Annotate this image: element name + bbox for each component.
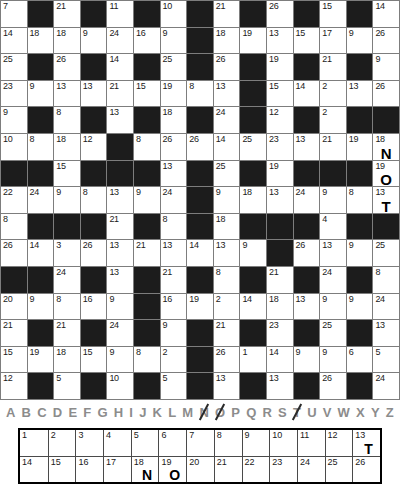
grid-cell[interactable]: 21 <box>214 320 240 346</box>
grid-cell-black <box>187 267 213 293</box>
grid-cell[interactable]: 19 <box>28 347 54 373</box>
grid-cell[interactable]: 26 <box>373 81 399 107</box>
grid-cell[interactable]: 18 <box>161 107 187 133</box>
cell-number: 13 <box>109 107 118 117</box>
grid-cell[interactable]: 18 <box>54 347 80 373</box>
grid-cell-black <box>240 373 266 399</box>
alphabet-letter[interactable]: B <box>22 405 31 420</box>
grid-cell[interactable]: 18 <box>240 187 266 213</box>
tracker-cell[interactable]: 2 <box>48 430 76 456</box>
cell-number: 24 <box>30 187 39 197</box>
grid-cell[interactable]: 11 <box>107 1 133 27</box>
cell-number: 10 <box>109 373 118 383</box>
grid-cell[interactable]: 21 <box>320 54 346 80</box>
cell-number: 12 <box>3 373 12 383</box>
tracker-cell-number: 25 <box>328 457 338 467</box>
tracker-cell[interactable]: 9 <box>242 430 270 456</box>
grid-cell[interactable]: 24 <box>214 107 240 133</box>
tracker-cell[interactable]: 24 <box>297 456 325 482</box>
grid-cell[interactable]: 21 <box>1 320 27 346</box>
grid-cell-black <box>240 1 266 27</box>
grid-cell[interactable]: 9 <box>28 294 54 320</box>
grid-cell-black <box>240 54 266 80</box>
grid-cell[interactable]: 4 <box>320 214 346 240</box>
tracker-cell[interactable]: 18N <box>131 456 159 482</box>
cell-number: 19 <box>269 161 278 171</box>
grid-cell[interactable]: 1 <box>240 347 266 373</box>
tracker-cell-number: 24 <box>300 457 310 467</box>
grid-cell[interactable]: 12 <box>1 373 27 399</box>
tracker-cell[interactable]: 25 <box>325 456 353 482</box>
cell-letter: N <box>373 146 399 161</box>
cell-number: 9 <box>216 187 221 197</box>
grid-cell-black <box>240 267 266 293</box>
grid-cell[interactable]: 9 <box>81 28 107 54</box>
cell-number: 23 <box>269 320 278 330</box>
tracker-cell[interactable]: 16 <box>75 456 103 482</box>
cell-letter: T <box>373 199 399 214</box>
cell-number: 9 <box>163 320 168 330</box>
grid-cell[interactable]: 13 <box>107 240 133 266</box>
grid-cell[interactable]: 2 <box>320 107 346 133</box>
grid-cell[interactable]: 18 <box>28 28 54 54</box>
alphabet-letter[interactable]: K <box>153 405 162 420</box>
grid-cell[interactable]: 24 <box>54 267 80 293</box>
grid-cell[interactable]: 8 <box>347 187 373 213</box>
grid-cell[interactable]: 15 <box>1 347 27 373</box>
cell-number: 12 <box>83 134 92 144</box>
grid-cell[interactable]: 24 <box>320 267 346 293</box>
grid-cell[interactable]: 2 <box>161 347 187 373</box>
grid-cell[interactable]: 21 <box>107 214 133 240</box>
cell-number: 13 <box>269 28 278 38</box>
grid-cell[interactable]: 15 <box>134 81 160 107</box>
grid-cell[interactable]: 21 <box>54 320 80 346</box>
grid-cell[interactable]: 23 <box>267 134 293 160</box>
grid-cell[interactable]: 24 <box>294 187 320 213</box>
cell-number: 10 <box>163 1 172 11</box>
grid-cell[interactable]: 9 <box>240 240 266 266</box>
grid-cell[interactable]: 26 <box>214 347 240 373</box>
alphabet-letter[interactable]: A <box>6 405 15 420</box>
grid-cell[interactable]: 8 <box>214 267 240 293</box>
grid-cell[interactable]: 20 <box>1 294 27 320</box>
grid-cell-black <box>347 54 373 80</box>
cell-number: 23 <box>269 134 278 144</box>
grid-cell[interactable]: 19O <box>373 161 399 187</box>
cell-number: 21 <box>3 320 12 330</box>
grid-cell[interactable]: 13 <box>107 107 133 133</box>
alphabet-letter[interactable]: O <box>215 405 225 420</box>
cell-number: 8 <box>56 107 61 117</box>
grid-cell-black <box>28 214 54 240</box>
grid-cell[interactable]: 19 <box>267 54 293 80</box>
grid-cell[interactable]: 8 <box>1 214 27 240</box>
grid-cell[interactable]: 26 <box>81 240 107 266</box>
tracker-cell[interactable]: 20 <box>186 456 214 482</box>
cell-number: 15 <box>3 347 12 357</box>
tracker-cell[interactable]: 22 <box>242 456 270 482</box>
cell-number: 15 <box>56 161 65 171</box>
grid-cell[interactable]: 21 <box>214 1 240 27</box>
grid-cell[interactable]: 8 <box>187 81 213 107</box>
cell-number: 8 <box>375 267 380 277</box>
grid-cell[interactable]: 9 <box>107 294 133 320</box>
grid-cell[interactable]: 14 <box>294 81 320 107</box>
grid-cell-black <box>294 161 320 187</box>
cell-number: 25 <box>375 240 384 250</box>
grid-cell[interactable]: 9 <box>161 320 187 346</box>
grid-cell[interactable]: 21 <box>320 134 346 160</box>
grid-cell[interactable]: 15 <box>320 1 346 27</box>
grid-cell-black <box>134 1 160 27</box>
cell-number: 8 <box>349 187 354 197</box>
cell-number: 8 <box>163 214 168 224</box>
cell-number: 14 <box>375 1 384 11</box>
cell-number: 5 <box>375 347 380 357</box>
grid-cell[interactable]: 8 <box>54 294 80 320</box>
cell-number: 25 <box>242 134 251 144</box>
cell-number: 8 <box>56 294 61 304</box>
grid-cell[interactable]: 21 <box>161 267 187 293</box>
grid-cell[interactable]: 26 <box>267 1 293 27</box>
grid-cell[interactable]: 25 <box>240 134 266 160</box>
grid-cell[interactable]: 13 <box>347 81 373 107</box>
cell-number: 11 <box>109 1 118 11</box>
grid-cell-black <box>81 161 107 187</box>
cell-number: 15 <box>136 81 145 91</box>
alphabet-letter[interactable]: V <box>323 405 332 420</box>
grid-cell[interactable]: 21 <box>54 1 80 27</box>
grid-cell[interactable]: 15 <box>267 81 293 107</box>
alphabet-letter[interactable]: X <box>356 405 365 420</box>
grid-cell[interactable]: 14 <box>240 294 266 320</box>
alphabet-letter[interactable]: G <box>97 405 107 420</box>
cell-number: 21 <box>216 320 225 330</box>
grid-cell[interactable]: 8 <box>373 267 399 293</box>
grid-cell[interactable]: 9 <box>161 28 187 54</box>
grid-cell[interactable]: 9 <box>28 81 54 107</box>
grid-cell[interactable]: 5 <box>54 373 80 399</box>
grid-cell[interactable]: 13 <box>107 267 133 293</box>
grid-cell[interactable]: 18 <box>267 294 293 320</box>
tracker-cell-number: 17 <box>106 457 116 467</box>
grid-cell[interactable]: 13 <box>267 28 293 54</box>
alphabet-letter[interactable]: F <box>83 405 91 420</box>
grid-cell[interactable]: 9 <box>347 28 373 54</box>
cell-number: 8 <box>136 134 141 144</box>
grid-cell[interactable]: 14 <box>107 54 133 80</box>
cell-number: 13 <box>163 161 172 171</box>
grid-cell[interactable]: 26 <box>320 373 346 399</box>
grid-cell[interactable]: 15 <box>54 161 80 187</box>
grid-cell[interactable]: 25 <box>320 320 346 346</box>
cell-number: 25 <box>3 54 12 64</box>
grid-cell[interactable]: 18 <box>214 28 240 54</box>
grid-cell[interactable]: 9 <box>294 347 320 373</box>
grid-cell[interactable]: 9 <box>320 294 346 320</box>
grid-cell-black <box>347 214 373 240</box>
grid-cell[interactable]: 15 <box>294 28 320 54</box>
grid-cell[interactable]: 13 <box>294 134 320 160</box>
cell-number: 13 <box>109 240 118 250</box>
grid-cell[interactable]: 26 <box>187 134 213 160</box>
grid-cell-black <box>294 267 320 293</box>
tracker-cell[interactable]: 17 <box>103 456 131 482</box>
grid-cell[interactable]: 13 <box>214 81 240 107</box>
cell-number: 24 <box>56 267 65 277</box>
cell-number: 8 <box>30 134 35 144</box>
grid-cell[interactable]: 12 <box>81 134 107 160</box>
grid-cell[interactable]: 14 <box>28 240 54 266</box>
tracker-cell[interactable]: 3 <box>75 430 103 456</box>
cell-number: 9 <box>349 28 354 38</box>
grid-cell[interactable]: 5 <box>373 347 399 373</box>
grid-cell-black <box>1 267 27 293</box>
cell-number: 9 <box>322 187 327 197</box>
grid-cell[interactable]: 18 <box>214 214 240 240</box>
tracker-cell[interactable]: 11 <box>297 430 325 456</box>
grid-cell[interactable]: 19 <box>161 81 187 107</box>
alphabet-letter[interactable]: I <box>129 405 133 420</box>
tracker-cell[interactable]: 26 <box>352 456 380 482</box>
tracker-cell-letter: T <box>353 442 384 456</box>
grid-cell[interactable]: 13T <box>373 187 399 213</box>
tracker-cell[interactable]: 19O <box>158 456 186 482</box>
grid-cell[interactable]: 14 <box>1 28 27 54</box>
grid-cell[interactable]: 24 <box>373 294 399 320</box>
cell-number: 13 <box>349 81 358 91</box>
grid-cell[interactable]: 25 <box>214 161 240 187</box>
tracker-cell[interactable]: 5 <box>131 430 159 456</box>
tracker-cell[interactable]: 7 <box>186 430 214 456</box>
cell-number: 2 <box>216 294 221 304</box>
grid-cell[interactable]: 8 <box>134 347 160 373</box>
cell-number: 13 <box>296 294 305 304</box>
grid-cell[interactable]: 13 <box>81 81 107 107</box>
alphabet-letter[interactable]: Y <box>371 405 380 420</box>
grid-cell[interactable]: 14 <box>187 240 213 266</box>
grid-cell[interactable]: 17 <box>320 28 346 54</box>
grid-cell[interactable]: 24 <box>161 187 187 213</box>
grid-cell[interactable]: 19 <box>240 28 266 54</box>
grid-cell[interactable]: 26 <box>214 54 240 80</box>
grid-cell[interactable]: 23 <box>267 320 293 346</box>
cell-number: 18 <box>269 294 278 304</box>
cell-number: 10 <box>3 134 12 144</box>
cell-number: 15 <box>269 81 278 91</box>
grid-cell-black <box>81 214 107 240</box>
grid-cell[interactable]: 26 <box>1 240 27 266</box>
grid-cell[interactable]: 21 <box>267 267 293 293</box>
alphabet-letter[interactable]: S <box>278 405 287 420</box>
cell-number: 24 <box>375 373 384 383</box>
grid-cell[interactable]: 19 <box>267 161 293 187</box>
grid-cell[interactable]: 26 <box>294 240 320 266</box>
cell-number: 14 <box>3 28 12 38</box>
alphabet-letter[interactable]: R <box>263 405 272 420</box>
grid-cell[interactable]: 10 <box>1 134 27 160</box>
grid-cell[interactable]: 13 <box>267 373 293 399</box>
cell-number: 24 <box>109 28 118 38</box>
alphabet-letter[interactable]: L <box>168 405 176 420</box>
alphabet-letter[interactable]: E <box>68 405 77 420</box>
alphabet-letter[interactable]: H <box>114 405 123 420</box>
grid-cell[interactable]: 9 <box>107 347 133 373</box>
cell-number: 19 <box>349 134 358 144</box>
grid-cell[interactable]: 5 <box>161 373 187 399</box>
alphabet-letter[interactable]: J <box>139 405 146 420</box>
grid-cell[interactable]: 10 <box>161 1 187 27</box>
grid-cell[interactable]: 25 <box>161 54 187 80</box>
grid-cell[interactable]: 9 <box>1 107 27 133</box>
grid-cell[interactable]: 13 <box>320 240 346 266</box>
grid-cell[interactable]: 26 <box>54 54 80 80</box>
alphabet-letter[interactable]: N <box>199 405 208 420</box>
grid-cell[interactable]: 13 <box>161 240 187 266</box>
alphabet-letter[interactable]: U <box>307 405 316 420</box>
grid-cell[interactable]: 21 <box>134 240 160 266</box>
grid-cell[interactable]: 13 <box>54 81 80 107</box>
tracker-cell[interactable]: 10 <box>269 430 297 456</box>
grid-cell[interactable]: 8 <box>54 107 80 133</box>
grid-cell[interactable]: 9 <box>54 187 80 213</box>
tracker-cell[interactable]: 23 <box>269 456 297 482</box>
alphabet-letter[interactable]: Q <box>246 405 256 420</box>
grid-cell-black <box>240 214 266 240</box>
tracker-cell[interactable]: 15 <box>48 456 76 482</box>
grid-cell[interactable]: 13 <box>161 161 187 187</box>
cell-number: 26 <box>3 240 12 250</box>
grid-cell[interactable]: 22 <box>1 187 27 213</box>
grid-cell[interactable]: 14 <box>373 1 399 27</box>
alphabet-letter[interactable]: W <box>338 405 350 420</box>
grid-cell[interactable]: 19 <box>347 134 373 160</box>
grid-cell-black <box>187 1 213 27</box>
grid-cell[interactable]: 26 <box>373 28 399 54</box>
grid-cell[interactable]: 9 <box>134 187 160 213</box>
grid-cell[interactable]: 13 <box>107 187 133 213</box>
grid-cell[interactable]: 9 <box>347 240 373 266</box>
grid-cell[interactable]: 8 <box>161 214 187 240</box>
grid-cell[interactable]: 15 <box>81 347 107 373</box>
grid-cell[interactable]: 26 <box>161 134 187 160</box>
grid-cell[interactable]: 9 <box>373 54 399 80</box>
alphabet-letter[interactable]: C <box>37 405 46 420</box>
alphabet-letter[interactable]: M <box>182 405 193 420</box>
cell-number: 2 <box>322 107 327 117</box>
grid-cell[interactable]: 18 <box>54 134 80 160</box>
grid-cell[interactable]: 8 <box>28 134 54 160</box>
grid-cell-black <box>81 267 107 293</box>
grid-cell[interactable]: 2 <box>320 81 346 107</box>
grid-cell[interactable]: 16 <box>161 294 187 320</box>
grid-cell[interactable]: 9 <box>214 187 240 213</box>
tracker-cell[interactable]: 14 <box>20 456 48 482</box>
tracker-cell[interactable]: 21 <box>214 456 242 482</box>
tracker-cell-number: 11 <box>300 430 309 440</box>
cell-number: 9 <box>322 347 327 357</box>
grid-cell[interactable]: 6 <box>347 347 373 373</box>
grid-cell-black <box>81 54 107 80</box>
grid-cell[interactable]: 7 <box>1 1 27 27</box>
cell-number: 16 <box>163 294 172 304</box>
cell-number: 26 <box>189 134 198 144</box>
grid-cell-black <box>187 214 213 240</box>
alphabet-letter[interactable]: P <box>231 405 240 420</box>
grid-cell[interactable]: 24 <box>107 28 133 54</box>
grid-cell[interactable]: 25 <box>1 54 27 80</box>
grid-cell[interactable]: 24 <box>28 187 54 213</box>
cell-number: 14 <box>189 240 198 250</box>
grid-cell[interactable]: 13 <box>373 320 399 346</box>
grid-cell[interactable]: 10 <box>107 373 133 399</box>
grid-cell[interactable]: 25 <box>373 240 399 266</box>
cell-number: 13 <box>163 240 172 250</box>
grid-cell[interactable]: 13 <box>214 240 240 266</box>
cell-number: 16 <box>136 28 145 38</box>
grid-cell[interactable]: 13 <box>294 294 320 320</box>
tracker-cell[interactable]: 13T <box>352 430 380 456</box>
tracker-cell[interactable]: 8 <box>214 430 242 456</box>
grid-cell[interactable]: 16 <box>81 294 107 320</box>
cell-number: 18 <box>375 134 384 144</box>
cell-number: 9 <box>109 347 114 357</box>
tracker-cell[interactable]: 12 <box>325 430 353 456</box>
grid-cell[interactable]: 24 <box>373 373 399 399</box>
grid-cell[interactable]: 23 <box>1 81 27 107</box>
grid-cell[interactable]: 14 <box>214 134 240 160</box>
grid-cell[interactable]: 24 <box>107 320 133 346</box>
alphabet-letter[interactable]: Z <box>386 405 394 420</box>
grid-cell[interactable]: 18N <box>373 134 399 160</box>
grid-cell[interactable]: 9 <box>347 294 373 320</box>
cell-number: 18 <box>216 28 225 38</box>
grid-cell[interactable]: 2 <box>214 294 240 320</box>
tracker-cell[interactable]: 1 <box>20 430 48 456</box>
grid-cell[interactable]: 18 <box>54 28 80 54</box>
cell-letter: O <box>373 172 399 187</box>
alphabet-letter[interactable]: T <box>293 405 301 420</box>
grid-cell[interactable]: 12 <box>267 107 293 133</box>
cell-number: 14 <box>296 81 305 91</box>
cell-number: 9 <box>109 294 114 304</box>
grid-cell[interactable]: 3 <box>54 240 80 266</box>
grid-cell[interactable]: 8 <box>134 134 160 160</box>
tracker-cell[interactable]: 6 <box>158 430 186 456</box>
grid-cell[interactable]: 21 <box>107 81 133 107</box>
grid-cell[interactable]: 19 <box>187 294 213 320</box>
cell-number: 20 <box>3 294 12 304</box>
grid-cell-black <box>240 107 266 133</box>
cell-number: 13 <box>322 240 331 250</box>
grid-cell[interactable]: 9 <box>320 347 346 373</box>
grid-cell[interactable]: 8 <box>81 187 107 213</box>
grid-cell[interactable]: 13 <box>267 187 293 213</box>
cell-number: 15 <box>296 28 305 38</box>
cell-number: 18 <box>163 107 172 117</box>
cell-number: 9 <box>242 240 247 250</box>
tracker-cell[interactable]: 4 <box>103 430 131 456</box>
grid-cell[interactable]: 16 <box>134 28 160 54</box>
cell-number: 21 <box>322 54 331 64</box>
strike-mark <box>215 404 225 421</box>
grid-cell[interactable]: 13 <box>214 373 240 399</box>
grid-cell[interactable]: 9 <box>320 187 346 213</box>
alphabet-letter[interactable]: D <box>53 405 62 420</box>
cell-number: 13 <box>83 81 92 91</box>
grid-cell[interactable]: 14 <box>267 347 293 373</box>
